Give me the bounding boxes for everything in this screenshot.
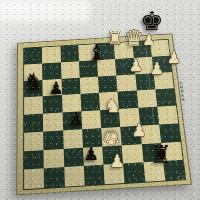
square-b8 bbox=[42, 46, 60, 63]
square-h6 bbox=[153, 72, 174, 90]
square-g2 bbox=[141, 143, 163, 163]
chess-photo: CHESS ∴ VIP ♚♝♜♛♟♟♟♟♞♟♟♞♟♚♟♜♟ bbox=[0, 0, 200, 200]
square-d2 bbox=[83, 146, 104, 166]
square-e8 bbox=[96, 43, 115, 60]
square-c2 bbox=[63, 147, 83, 167]
square-h2 bbox=[161, 141, 183, 161]
square-c6 bbox=[61, 77, 80, 95]
square-f6 bbox=[116, 74, 136, 92]
square-e2 bbox=[102, 145, 123, 165]
square-c8 bbox=[60, 45, 79, 62]
square-d4 bbox=[81, 110, 101, 129]
square-a4 bbox=[24, 114, 43, 133]
square-b6 bbox=[43, 78, 62, 96]
square-f8 bbox=[114, 42, 133, 59]
square-g6 bbox=[135, 73, 155, 91]
square-b5 bbox=[43, 95, 62, 113]
square-a8 bbox=[24, 47, 42, 64]
board-grid bbox=[23, 39, 186, 190]
square-c3 bbox=[63, 129, 83, 148]
square-f5 bbox=[118, 91, 138, 109]
square-e4 bbox=[100, 109, 120, 128]
table-highlight bbox=[0, 0, 90, 22]
square-b4 bbox=[43, 113, 63, 132]
brand-logo: ∴ VIP bbox=[177, 172, 185, 183]
square-e6 bbox=[98, 75, 118, 93]
square-a1 bbox=[24, 169, 44, 190]
square-h7 bbox=[152, 55, 172, 72]
square-d8 bbox=[78, 44, 97, 61]
square-d1 bbox=[84, 165, 105, 186]
square-d3 bbox=[82, 128, 102, 147]
square-a3 bbox=[24, 131, 44, 150]
square-e7 bbox=[97, 59, 116, 76]
square-g3 bbox=[140, 124, 161, 143]
square-c7 bbox=[61, 61, 80, 78]
square-b1 bbox=[44, 167, 64, 188]
square-g8 bbox=[132, 41, 152, 58]
square-b2 bbox=[44, 149, 64, 169]
square-b7 bbox=[42, 62, 61, 79]
square-f2 bbox=[122, 144, 143, 164]
brand-text: CHESS bbox=[178, 81, 186, 102]
square-d5 bbox=[80, 93, 100, 111]
square-h3 bbox=[159, 123, 181, 142]
square-f3 bbox=[120, 126, 141, 145]
square-c1 bbox=[64, 166, 85, 187]
square-f4 bbox=[119, 108, 140, 127]
square-a7 bbox=[24, 63, 42, 80]
square-d6 bbox=[80, 76, 99, 94]
square-d7 bbox=[79, 60, 98, 77]
square-e3 bbox=[101, 127, 122, 146]
piece-black-king: ♚ bbox=[140, 8, 163, 34]
square-h5 bbox=[155, 88, 176, 106]
square-c4 bbox=[62, 111, 82, 130]
square-a6 bbox=[24, 80, 43, 98]
square-g5 bbox=[136, 90, 157, 108]
square-h4 bbox=[157, 106, 178, 125]
square-f7 bbox=[115, 58, 135, 75]
square-g4 bbox=[138, 107, 159, 126]
square-g1 bbox=[143, 161, 165, 182]
square-a5 bbox=[24, 96, 43, 114]
square-c5 bbox=[62, 94, 82, 112]
square-g7 bbox=[133, 57, 153, 74]
brand-logo-text: VIP bbox=[178, 179, 185, 183]
square-b3 bbox=[43, 130, 63, 149]
square-e1 bbox=[103, 164, 124, 185]
square-e5 bbox=[99, 92, 119, 110]
square-h8 bbox=[150, 40, 170, 57]
square-f1 bbox=[123, 162, 145, 183]
chess-board: CHESS ∴ VIP bbox=[16, 33, 192, 195]
square-a2 bbox=[24, 150, 44, 170]
